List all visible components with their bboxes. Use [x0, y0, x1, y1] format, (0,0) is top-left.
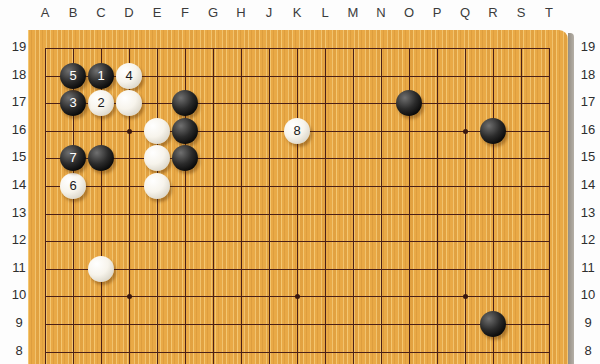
row-label-left-8: 8 [6, 343, 32, 358]
row-label-right-16: 16 [575, 122, 600, 137]
grid-line-vertical [45, 48, 46, 364]
row-label-left-13: 13 [6, 205, 32, 220]
row-label-right-11: 11 [575, 260, 600, 275]
grid-line-vertical [325, 48, 326, 364]
row-label-left-9: 9 [6, 315, 32, 330]
grid-line-vertical [297, 48, 298, 364]
move-number: 6 [69, 173, 76, 199]
row-label-right-14: 14 [575, 177, 600, 192]
column-label-n: N [369, 5, 393, 20]
stone-white-e14 [144, 173, 170, 199]
stone-black-f17 [172, 90, 198, 116]
go-diagram-page: ABCDEFGHJKLMNOPQRST191918181717161615151… [0, 0, 600, 364]
grid-line-horizontal [45, 241, 550, 242]
grid-line-horizontal [45, 352, 550, 353]
column-label-q: Q [453, 5, 477, 20]
grid-line-horizontal [45, 158, 550, 159]
stone-black-c18: 1 [88, 63, 114, 89]
grid-line-vertical [213, 48, 214, 364]
row-label-left-11: 11 [6, 260, 32, 275]
stone-black-r16 [480, 118, 506, 144]
column-label-m: M [341, 5, 365, 20]
column-label-h: H [229, 5, 253, 20]
column-label-d: D [117, 5, 141, 20]
grid-line-horizontal [45, 324, 550, 325]
row-label-right-8: 8 [575, 343, 600, 358]
grid-line-vertical [521, 48, 522, 364]
move-number: 3 [69, 90, 76, 116]
grid-line-vertical [269, 48, 270, 364]
stone-black-f15 [172, 145, 198, 171]
stone-black-b17: 3 [60, 90, 86, 116]
stone-white-c17: 2 [88, 90, 114, 116]
column-label-j: J [257, 5, 281, 20]
grid-line-horizontal [45, 48, 550, 49]
row-label-left-16: 16 [6, 122, 32, 137]
star-point-d16 [127, 129, 132, 134]
stone-white-c11 [88, 256, 114, 282]
grid-line-horizontal [45, 186, 550, 187]
column-label-a: A [33, 5, 57, 20]
star-point-q10 [463, 294, 468, 299]
stone-white-d17 [116, 90, 142, 116]
column-label-t: T [537, 5, 561, 20]
stone-black-o17 [396, 90, 422, 116]
move-number: 2 [97, 90, 104, 116]
stone-black-f16 [172, 118, 198, 144]
move-number: 1 [97, 63, 104, 89]
star-point-q16 [463, 129, 468, 134]
column-label-f: F [173, 5, 197, 20]
stone-white-k16: 8 [284, 118, 310, 144]
grid-line-horizontal [45, 214, 550, 215]
grid-line-vertical [465, 48, 466, 364]
row-label-left-12: 12 [6, 232, 32, 247]
star-point-k10 [295, 294, 300, 299]
row-label-right-10: 10 [575, 287, 600, 302]
row-label-right-19: 19 [575, 39, 600, 54]
move-number: 8 [293, 118, 300, 144]
stone-black-r9 [480, 311, 506, 337]
grid-line-vertical [353, 48, 354, 364]
stone-black-b15: 7 [60, 145, 86, 171]
stone-white-e16 [144, 118, 170, 144]
row-label-left-15: 15 [6, 149, 32, 164]
column-label-e: E [145, 5, 169, 20]
row-label-right-17: 17 [575, 94, 600, 109]
row-label-left-10: 10 [6, 287, 32, 302]
move-number: 5 [69, 63, 76, 89]
column-label-p: P [425, 5, 449, 20]
row-label-left-14: 14 [6, 177, 32, 192]
stone-white-b14: 6 [60, 173, 86, 199]
grid-line-vertical [549, 48, 550, 364]
column-label-k: K [285, 5, 309, 20]
row-label-left-17: 17 [6, 94, 32, 109]
column-label-l: L [313, 5, 337, 20]
column-label-o: O [397, 5, 421, 20]
grid-line-vertical [157, 48, 158, 364]
stone-black-c15 [88, 145, 114, 171]
row-label-right-12: 12 [575, 232, 600, 247]
board-right-shadow [568, 33, 574, 364]
move-number: 4 [125, 63, 132, 89]
grid-line-vertical [437, 48, 438, 364]
stone-black-b18: 5 [60, 63, 86, 89]
column-label-r: R [481, 5, 505, 20]
star-point-d10 [127, 294, 132, 299]
column-label-g: G [201, 5, 225, 20]
stone-white-d18: 4 [116, 63, 142, 89]
stone-white-e15 [144, 145, 170, 171]
column-label-s: S [509, 5, 533, 20]
row-label-left-18: 18 [6, 67, 32, 82]
column-label-c: C [89, 5, 113, 20]
row-label-right-13: 13 [575, 205, 600, 220]
grid-line-horizontal [45, 269, 550, 270]
row-label-right-9: 9 [575, 315, 600, 330]
row-label-left-19: 19 [6, 39, 32, 54]
grid-line-vertical [381, 48, 382, 364]
grid-line-vertical [241, 48, 242, 364]
move-number: 7 [69, 145, 76, 171]
row-label-right-18: 18 [575, 67, 600, 82]
row-label-right-15: 15 [575, 149, 600, 164]
column-label-b: B [61, 5, 85, 20]
